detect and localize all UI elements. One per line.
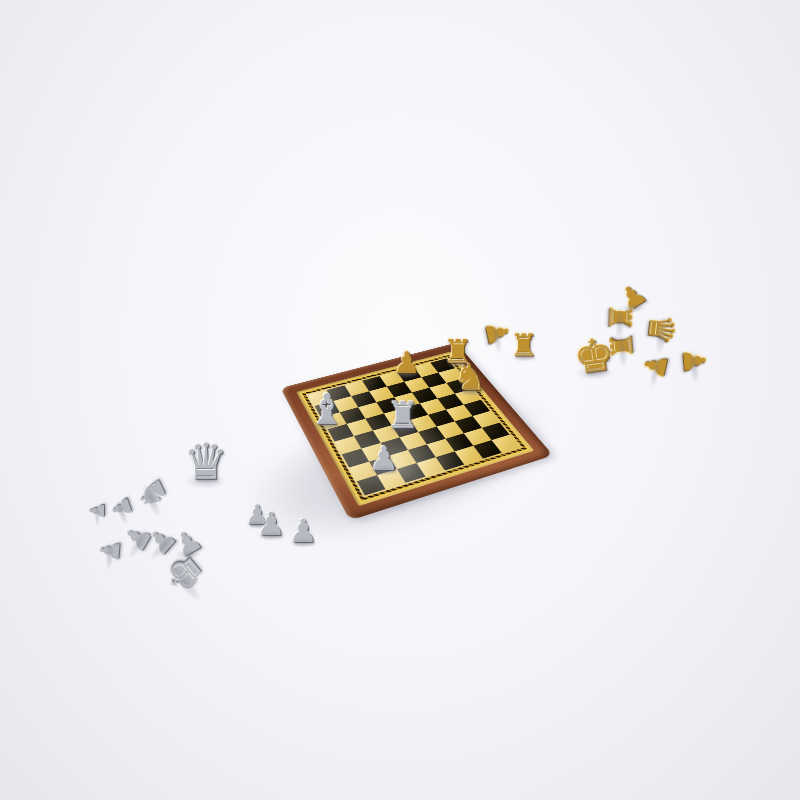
pieces-layer: ♟♜♞♝♜♟♟♜♟♜♛♚♜♟♟♛♞♟♟♟♟♟♟♟♟♟♚: [0, 0, 800, 800]
piece-shadow: [511, 352, 537, 362]
piece-shadow: [394, 370, 420, 380]
piece-shadow: [387, 423, 418, 435]
piece-shadow: [246, 520, 269, 529]
piece-shadow: [175, 550, 201, 560]
piece-shadow: [370, 465, 398, 476]
piece-shadow: [444, 358, 472, 369]
piece-shadow: [621, 303, 646, 312]
piece-shadow: [185, 473, 228, 489]
piece-shadow: [454, 385, 485, 397]
piece-shadow: [94, 504, 100, 527]
